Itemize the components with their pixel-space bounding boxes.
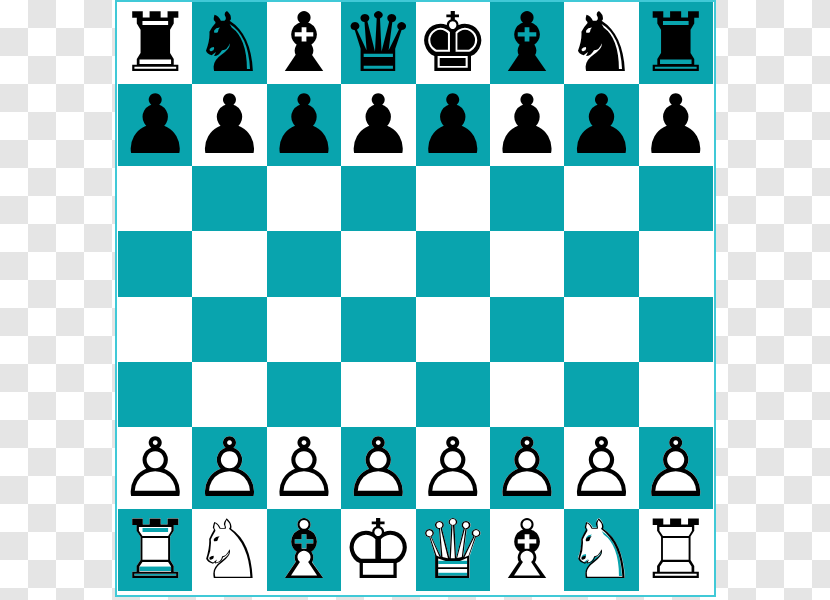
square-c2[interactable]: ♟♙	[267, 427, 341, 509]
square-c7[interactable]: ♟	[267, 84, 341, 166]
piece-white-rook: ♜♖	[639, 509, 713, 591]
piece-black-pawn: ♟	[193, 84, 267, 166]
black-king-icon: ♚	[416, 2, 490, 84]
square-c3[interactable]	[267, 362, 341, 427]
black-rook-icon: ♜	[118, 2, 192, 84]
black-pawn-icon: ♟	[118, 84, 192, 166]
square-f5[interactable]	[490, 231, 564, 296]
black-knight-icon: ♞	[565, 2, 639, 84]
black-knight-icon: ♞	[193, 2, 267, 84]
square-e4[interactable]	[416, 297, 490, 362]
square-f1[interactable]: ♝♗	[490, 509, 564, 591]
piece-black-bishop: ♝	[267, 2, 341, 84]
piece-black-pawn: ♟	[342, 84, 416, 166]
piece-black-rook: ♜	[639, 2, 713, 84]
piece-black-bishop: ♝	[490, 2, 564, 84]
square-e7[interactable]: ♟	[416, 84, 490, 166]
square-d4[interactable]	[341, 297, 415, 362]
square-g6[interactable]	[564, 166, 638, 231]
white-rook-icon: ♖	[639, 509, 713, 591]
square-d2[interactable]: ♟♙	[341, 427, 415, 509]
square-e5[interactable]	[416, 231, 490, 296]
square-a3[interactable]	[118, 362, 192, 427]
piece-white-pawn: ♟♙	[118, 427, 192, 509]
white-knight-icon: ♘	[565, 509, 639, 591]
white-queen-icon: ♕	[416, 509, 490, 591]
square-f7[interactable]: ♟	[490, 84, 564, 166]
square-g4[interactable]	[564, 297, 638, 362]
square-b2[interactable]: ♟♙	[192, 427, 266, 509]
piece-white-pawn: ♟♙	[639, 427, 713, 509]
square-d5[interactable]	[341, 231, 415, 296]
square-c8[interactable]: ♝	[267, 2, 341, 84]
black-pawn-icon: ♟	[267, 84, 341, 166]
black-pawn-icon: ♟	[342, 84, 416, 166]
white-pawn-icon: ♙	[342, 427, 416, 509]
black-queen-icon: ♛	[342, 2, 416, 84]
square-h1[interactable]: ♜♖	[639, 509, 713, 591]
square-b8[interactable]: ♞	[192, 2, 266, 84]
square-d1[interactable]: ♚♔	[341, 509, 415, 591]
square-f2[interactable]: ♟♙	[490, 427, 564, 509]
square-a1[interactable]: ♜♖	[118, 509, 192, 591]
white-pawn-icon: ♙	[639, 427, 713, 509]
square-g2[interactable]: ♟♙	[564, 427, 638, 509]
black-rook-icon: ♜	[639, 2, 713, 84]
square-g1[interactable]: ♞♘	[564, 509, 638, 591]
square-g5[interactable]	[564, 231, 638, 296]
piece-white-pawn: ♟♙	[267, 427, 341, 509]
piece-white-knight: ♞♘	[193, 509, 267, 591]
black-pawn-icon: ♟	[639, 84, 713, 166]
square-b5[interactable]	[192, 231, 266, 296]
square-d7[interactable]: ♟	[341, 84, 415, 166]
white-pawn-icon: ♙	[118, 427, 192, 509]
square-b4[interactable]	[192, 297, 266, 362]
black-pawn-icon: ♟	[416, 84, 490, 166]
white-pawn-icon: ♙	[193, 427, 267, 509]
piece-white-pawn: ♟♙	[416, 427, 490, 509]
square-f3[interactable]	[490, 362, 564, 427]
black-pawn-icon: ♟	[193, 84, 267, 166]
square-g7[interactable]: ♟	[564, 84, 638, 166]
piece-black-pawn: ♟	[490, 84, 564, 166]
black-bishop-icon: ♝	[267, 2, 341, 84]
piece-white-pawn: ♟♙	[342, 427, 416, 509]
square-f4[interactable]	[490, 297, 564, 362]
board-grid: ♜♞♝♛♚♝♞♜♟♟♟♟♟♟♟♟♟♙♟♙♟♙♟♙♟♙♟♙♟♙♟♙♜♖♞♘♝♗♚♔…	[118, 2, 713, 591]
square-c1[interactable]: ♝♗	[267, 509, 341, 591]
square-b3[interactable]	[192, 362, 266, 427]
square-a2[interactable]: ♟♙	[118, 427, 192, 509]
white-knight-icon: ♘	[193, 509, 267, 591]
square-e8[interactable]: ♚	[416, 2, 490, 84]
piece-white-pawn: ♟♙	[565, 427, 639, 509]
square-f6[interactable]	[490, 166, 564, 231]
square-h7[interactable]: ♟	[639, 84, 713, 166]
square-h3[interactable]	[639, 362, 713, 427]
square-d6[interactable]	[341, 166, 415, 231]
piece-black-queen: ♛	[342, 2, 416, 84]
black-bishop-icon: ♝	[490, 2, 564, 84]
square-b6[interactable]	[192, 166, 266, 231]
square-h5[interactable]	[639, 231, 713, 296]
square-f8[interactable]: ♝	[490, 2, 564, 84]
black-pawn-icon: ♟	[565, 84, 639, 166]
square-e6[interactable]	[416, 166, 490, 231]
square-e3[interactable]	[416, 362, 490, 427]
white-bishop-icon: ♗	[267, 509, 341, 591]
square-h8[interactable]: ♜	[639, 2, 713, 84]
square-a6[interactable]	[118, 166, 192, 231]
transparency-background: ♜♞♝♛♚♝♞♜♟♟♟♟♟♟♟♟♟♙♟♙♟♙♟♙♟♙♟♙♟♙♟♙♜♖♞♘♝♗♚♔…	[0, 0, 830, 600]
square-c4[interactable]	[267, 297, 341, 362]
square-d8[interactable]: ♛	[341, 2, 415, 84]
square-g8[interactable]: ♞	[564, 2, 638, 84]
white-bishop-icon: ♗	[490, 509, 564, 591]
square-g3[interactable]	[564, 362, 638, 427]
white-pawn-icon: ♙	[267, 427, 341, 509]
piece-white-queen: ♛♕	[416, 509, 490, 591]
square-d3[interactable]	[341, 362, 415, 427]
square-b1[interactable]: ♞♘	[192, 509, 266, 591]
piece-white-knight: ♞♘	[565, 509, 639, 591]
square-a7[interactable]: ♟	[118, 84, 192, 166]
chess-board: ♜♞♝♛♚♝♞♜♟♟♟♟♟♟♟♟♟♙♟♙♟♙♟♙♟♙♟♙♟♙♟♙♜♖♞♘♝♗♚♔…	[115, 0, 716, 597]
square-c5[interactable]	[267, 231, 341, 296]
piece-black-pawn: ♟	[267, 84, 341, 166]
piece-white-rook: ♜♖	[118, 509, 192, 591]
piece-white-pawn: ♟♙	[193, 427, 267, 509]
white-pawn-icon: ♙	[416, 427, 490, 509]
white-pawn-icon: ♙	[490, 427, 564, 509]
piece-black-pawn: ♟	[118, 84, 192, 166]
square-b7[interactable]: ♟	[192, 84, 266, 166]
square-a8[interactable]: ♜	[118, 2, 192, 84]
piece-white-bishop: ♝♗	[267, 509, 341, 591]
white-king-icon: ♔	[342, 509, 416, 591]
black-pawn-icon: ♟	[490, 84, 564, 166]
square-a5[interactable]	[118, 231, 192, 296]
piece-white-pawn: ♟♙	[490, 427, 564, 509]
square-e1[interactable]: ♛♕	[416, 509, 490, 591]
square-h2[interactable]: ♟♙	[639, 427, 713, 509]
square-h4[interactable]	[639, 297, 713, 362]
white-rook-icon: ♖	[118, 509, 192, 591]
white-pawn-icon: ♙	[565, 427, 639, 509]
square-h6[interactable]	[639, 166, 713, 231]
piece-black-king: ♚	[416, 2, 490, 84]
piece-black-pawn: ♟	[639, 84, 713, 166]
piece-black-pawn: ♟	[565, 84, 639, 166]
piece-black-pawn: ♟	[416, 84, 490, 166]
square-e2[interactable]: ♟♙	[416, 427, 490, 509]
piece-black-knight: ♞	[565, 2, 639, 84]
piece-black-rook: ♜	[118, 2, 192, 84]
piece-black-knight: ♞	[193, 2, 267, 84]
piece-white-king: ♚♔	[342, 509, 416, 591]
square-c6[interactable]	[267, 166, 341, 231]
square-a4[interactable]	[118, 297, 192, 362]
piece-white-bishop: ♝♗	[490, 509, 564, 591]
